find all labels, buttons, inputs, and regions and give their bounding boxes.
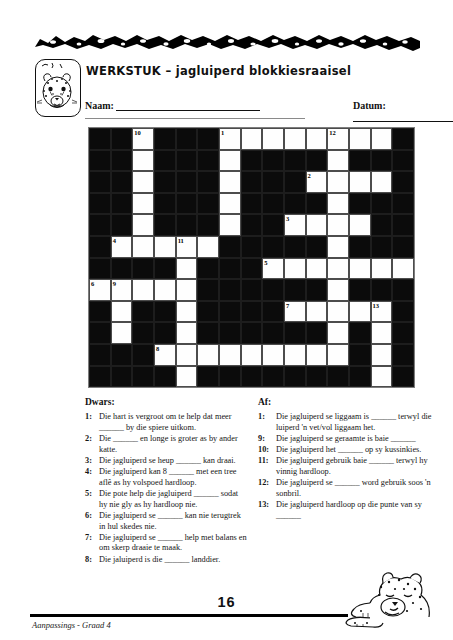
grid-cell-white[interactable] xyxy=(371,128,393,150)
grid-cell-black xyxy=(241,301,263,323)
grid-cell-black xyxy=(111,193,133,215)
grid-cell-black xyxy=(197,322,219,344)
clue-item-text: Die jagluiperd se heup ______ kan draai. xyxy=(99,456,247,467)
grid-cell-white[interactable] xyxy=(306,301,328,323)
grid-cell-black xyxy=(349,150,371,172)
clue-item-number: 13: xyxy=(258,500,276,521)
grid-cell-black xyxy=(89,171,111,193)
grid-cell-black xyxy=(262,279,284,301)
grid-cell-white[interactable]: 4 xyxy=(111,236,133,258)
grid-cell-black xyxy=(262,322,284,344)
grid-cell-black xyxy=(371,150,393,172)
grid-cell-black xyxy=(111,171,133,193)
grid-cell-white[interactable]: 7 xyxy=(284,301,306,323)
name-date-row: Naam: Datum: xyxy=(85,100,430,114)
grid-cell-white[interactable] xyxy=(219,344,241,366)
grid-cell-black xyxy=(241,258,263,280)
grid-cell-black xyxy=(197,171,219,193)
grid-cell-black xyxy=(349,344,371,366)
grid-cell-black xyxy=(197,193,219,215)
clue-item: 2:Die ______ en longe is groter as by an… xyxy=(85,434,247,455)
crossword-grid: 10112234115697138 xyxy=(88,127,415,388)
grid-cell-black xyxy=(132,258,154,280)
grid-cell-black xyxy=(197,366,219,388)
grid-cell-black xyxy=(154,322,176,344)
clue-item-text: Die jagluiperd se geraamte is baie _____… xyxy=(276,434,434,445)
grid-cell-white[interactable]: 5 xyxy=(262,258,284,280)
clue-item-text: Die jagluiperd hardloop op die punte van… xyxy=(276,500,434,521)
clue-item: 6:Die jagluiperd se ______ kan nie terug… xyxy=(85,511,247,532)
clue-number: 7 xyxy=(286,302,289,309)
grid-cell-black xyxy=(111,344,133,366)
naam-input-line[interactable] xyxy=(116,100,260,111)
grid-cell-black xyxy=(349,366,371,388)
grid-cell-black xyxy=(154,301,176,323)
grid-cell-black xyxy=(241,171,263,193)
grid-cell-white[interactable] xyxy=(284,128,306,150)
grid-cell-black xyxy=(349,193,371,215)
grid-cell-white[interactable] xyxy=(306,258,328,280)
grid-cell-black xyxy=(132,301,154,323)
clue-item: 1:Die hart is vergroot om te help dat me… xyxy=(85,412,247,433)
grid-cell-white[interactable]: 2 xyxy=(306,171,328,193)
grid-cell-black xyxy=(371,279,393,301)
clue-item-text: Die jagluiperd kan 8 ______ met een tree… xyxy=(99,467,247,488)
grid-cell-black xyxy=(111,258,133,280)
clue-item-text: Die hart is vergroot om te help dat meer… xyxy=(99,412,247,433)
grid-cell-white[interactable] xyxy=(219,171,241,193)
grid-cell-black xyxy=(306,279,328,301)
grid-cell-black xyxy=(89,150,111,172)
grid-cell-white[interactable] xyxy=(327,344,349,366)
grid-cell-black xyxy=(284,236,306,258)
clue-number: 1 xyxy=(221,129,224,136)
grid-cell-black xyxy=(132,322,154,344)
grid-cell-white[interactable] xyxy=(306,128,328,150)
grid-cell-black xyxy=(392,279,414,301)
grid-cell-white[interactable] xyxy=(132,279,154,301)
grid-cell-black xyxy=(327,366,349,388)
grid-cell-black xyxy=(392,344,414,366)
grid-cell-black xyxy=(241,150,263,172)
datum-label: Datum: xyxy=(353,100,386,111)
grid-cell-white[interactable] xyxy=(132,236,154,258)
grid-cell-black xyxy=(89,128,111,150)
grid-cell-white[interactable]: 8 xyxy=(154,344,176,366)
grid-cell-white[interactable]: 9 xyxy=(111,279,133,301)
naam-label: Naam: xyxy=(85,100,114,111)
grid-cell-white[interactable] xyxy=(154,236,176,258)
grid-cell-white[interactable] xyxy=(154,279,176,301)
grid-cell-white[interactable] xyxy=(132,214,154,236)
grid-cell-white[interactable] xyxy=(176,344,198,366)
grid-cell-white[interactable] xyxy=(327,279,349,301)
grid-cell-black xyxy=(371,236,393,258)
grid-cell-black xyxy=(111,214,133,236)
clue-item-number: 5: xyxy=(85,489,99,510)
grid-cell-black xyxy=(176,193,198,215)
grid-cell-black xyxy=(197,258,219,280)
clue-item-text: Die jagluiperd se ______ help met balans… xyxy=(99,533,247,554)
clue-item-text: Die jaluiperd is die ______ landdier. xyxy=(99,555,247,566)
clue-number: 2 xyxy=(308,172,311,179)
grid-cell-black xyxy=(392,128,414,150)
grid-cell-white[interactable] xyxy=(349,171,371,193)
datum-input-line[interactable] xyxy=(353,111,453,122)
clue-item: 13:Die jagluiperd hardloop op die punte … xyxy=(258,500,434,521)
grid-cell-black xyxy=(89,322,111,344)
grid-cell-black xyxy=(392,214,414,236)
grid-cell-black xyxy=(306,150,328,172)
grid-cell-white[interactable] xyxy=(349,301,371,323)
grid-cell-black xyxy=(219,366,241,388)
grid-cell-white[interactable] xyxy=(371,171,393,193)
grid-cell-black xyxy=(219,258,241,280)
worksheet-page: WERKSTUK – jagluiperd blokkiesraaisel Na… xyxy=(0,0,453,640)
grid-cell-white[interactable] xyxy=(262,344,284,366)
grid-cell-white[interactable] xyxy=(111,301,133,323)
grid-cell-black xyxy=(262,193,284,215)
clue-item-text: Die jagluiperd het ______ op sy kussinki… xyxy=(276,445,434,456)
grid-cell-black xyxy=(241,322,263,344)
grid-cell-white[interactable] xyxy=(241,344,263,366)
grid-cell-white[interactable] xyxy=(306,344,328,366)
grid-cell-white[interactable] xyxy=(327,301,349,323)
clue-item-number: 7: xyxy=(85,533,99,554)
grid-cell-white[interactable] xyxy=(327,150,349,172)
grid-cell-black xyxy=(111,366,133,388)
grid-cell-black xyxy=(284,150,306,172)
grid-cell-black xyxy=(392,366,414,388)
grid-cell-black xyxy=(89,258,111,280)
clue-item-number: 1: xyxy=(85,412,99,433)
clue-item-number: 1: xyxy=(258,412,276,433)
grid-cell-black xyxy=(284,171,306,193)
grid-cell-white[interactable] xyxy=(349,128,371,150)
grid-cell-black xyxy=(219,322,241,344)
grid-cell-white[interactable] xyxy=(392,258,414,280)
grid-cell-black xyxy=(176,171,198,193)
grid-cell-black xyxy=(154,128,176,150)
grid-cell-white[interactable] xyxy=(197,236,219,258)
grid-cell-black xyxy=(306,322,328,344)
grid-cell-black xyxy=(241,366,263,388)
spotted-banner xyxy=(35,32,420,53)
clue-number: 4 xyxy=(113,237,116,244)
grid-cell-black xyxy=(132,366,154,388)
grid-cell-black xyxy=(176,150,198,172)
grid-cell-white[interactable]: 1 xyxy=(219,128,241,150)
grid-cell-black xyxy=(197,128,219,150)
grid-cell-black xyxy=(349,322,371,344)
grid-cell-black xyxy=(371,214,393,236)
clue-item: 5:Die pote help die jagluiperd ______ so… xyxy=(85,489,247,510)
grid-cell-white[interactable] xyxy=(284,344,306,366)
af-clue-list: 1:Die jagluiperd se liggaam is ______ te… xyxy=(258,412,434,522)
grid-cell-black xyxy=(219,301,241,323)
grid-cell-white[interactable] xyxy=(371,366,393,388)
grid-cell-black xyxy=(197,301,219,323)
grid-cell-white[interactable]: 6 xyxy=(89,279,111,301)
clue-item: 1:Die jagluiperd se liggaam is ______ te… xyxy=(258,412,434,433)
grid-cell-white[interactable] xyxy=(327,258,349,280)
grid-cell-black xyxy=(154,150,176,172)
grid-cell-black xyxy=(154,193,176,215)
clue-item-number: 3: xyxy=(85,456,99,467)
clue-item-number: 2: xyxy=(85,434,99,455)
grid-cell-black xyxy=(392,322,414,344)
grid-cell-black xyxy=(262,171,284,193)
grid-cell-black xyxy=(284,322,306,344)
grid-cell-black xyxy=(111,150,133,172)
grid-cell-white[interactable] xyxy=(262,128,284,150)
grid-cell-white[interactable] xyxy=(176,366,198,388)
grid-cell-black xyxy=(197,279,219,301)
clue-number: 5 xyxy=(264,259,267,266)
grid-cell-white[interactable] xyxy=(349,214,371,236)
grid-cell-white[interactable]: 12 xyxy=(327,128,349,150)
clue-number: 11 xyxy=(178,237,184,244)
grid-cell-black xyxy=(219,279,241,301)
grid-cell-black xyxy=(154,214,176,236)
af-heading: Af: xyxy=(258,397,271,407)
grid-cell-white[interactable]: 11 xyxy=(176,236,198,258)
grid-cell-white[interactable] xyxy=(132,171,154,193)
clue-item: 10:Die jagluiperd het ______ op sy kussi… xyxy=(258,445,434,456)
grid-cell-white[interactable] xyxy=(219,193,241,215)
clue-item-text: Die ______ en longe is groter as by ande… xyxy=(99,434,247,455)
clue-number: 6 xyxy=(91,280,94,287)
grid-cell-black xyxy=(89,214,111,236)
grid-cell-black xyxy=(197,150,219,172)
grid-cell-black xyxy=(262,301,284,323)
clue-item-text: Die jagluiperd se liggaam is ______ terw… xyxy=(276,412,434,433)
grid-cell-black xyxy=(262,214,284,236)
grid-cell-black xyxy=(219,236,241,258)
grid-cell-white[interactable] xyxy=(197,344,219,366)
clue-item-text: Die jagluiperd gebruik baie ______ terwy… xyxy=(276,456,434,477)
grid-cell-white[interactable] xyxy=(327,171,349,193)
grid-cell-black xyxy=(241,214,263,236)
grid-cell-black xyxy=(154,258,176,280)
grid-cell-black xyxy=(176,128,198,150)
grid-cell-black xyxy=(392,171,414,193)
worksheet-subtitle: – jagluiperd blokkiesraaisel xyxy=(165,64,351,78)
page-title: WERKSTUK – jagluiperd blokkiesraaisel xyxy=(86,64,436,78)
clue-number: 3 xyxy=(286,215,289,222)
grid-cell-black xyxy=(262,150,284,172)
clue-item-number: 11: xyxy=(258,456,276,477)
footer-credit: Aanpassings - Graad 4 xyxy=(32,620,111,630)
clue-item-number: 10: xyxy=(258,445,276,456)
grid-cell-white[interactable] xyxy=(371,258,393,280)
clue-item: 8:Die jaluiperd is die ______ landdier. xyxy=(85,555,247,566)
grid-cell-white[interactable] xyxy=(132,193,154,215)
clue-number: 13 xyxy=(373,302,380,309)
cheetah-sketch xyxy=(341,565,431,629)
dwars-heading: Dwars: xyxy=(85,397,115,407)
grid-cell-white[interactable]: 3 xyxy=(284,214,306,236)
clue-number: 8 xyxy=(156,345,159,352)
grid-cell-black xyxy=(89,193,111,215)
ruled-line xyxy=(85,118,305,119)
grid-cell-white[interactable] xyxy=(132,150,154,172)
grid-cell-black xyxy=(284,366,306,388)
clue-item: 9:Die jagluiperd se geraamte is baie ___… xyxy=(258,434,434,445)
grid-cell-white[interactable] xyxy=(327,214,349,236)
grid-cell-black xyxy=(241,236,263,258)
grid-cell-black xyxy=(306,236,328,258)
grid-cell-white[interactable] xyxy=(176,322,198,344)
grid-cell-white[interactable] xyxy=(176,301,198,323)
grid-cell-black xyxy=(284,193,306,215)
grid-cell-white[interactable] xyxy=(111,322,133,344)
grid-cell-black xyxy=(89,344,111,366)
grid-cell-white[interactable] xyxy=(371,322,393,344)
grid-cell-white[interactable] xyxy=(219,150,241,172)
dwars-clue-list: 1:Die hart is vergroot om te help dat me… xyxy=(85,412,247,566)
grid-cell-black xyxy=(306,193,328,215)
grid-cell-black xyxy=(89,236,111,258)
grid-cell-white[interactable] xyxy=(306,214,328,236)
grid-cell-black xyxy=(392,301,414,323)
grid-cell-white[interactable] xyxy=(241,128,263,150)
grid-cell-white[interactable]: 13 xyxy=(371,301,393,323)
grid-cell-black xyxy=(284,279,306,301)
clue-item: 3:Die jagluiperd se heup ______ kan draa… xyxy=(85,456,247,467)
grid-cell-white[interactable] xyxy=(327,322,349,344)
clue-item-text: Die pote help die jagluiperd ______ soda… xyxy=(99,489,247,510)
clue-item-text: Die jagluiperd se ______ kan nie terugtr… xyxy=(99,511,247,532)
clue-number: 10 xyxy=(134,129,141,136)
grid-cell-white[interactable] xyxy=(371,344,393,366)
grid-cell-white[interactable] xyxy=(349,258,371,280)
clue-item: 12:Die jagluiperd se ______ word gebruik… xyxy=(258,478,434,499)
clue-item-number: 6: xyxy=(85,511,99,532)
clue-item: 11:Die jagluiperd gebruik baie ______ te… xyxy=(258,456,434,477)
grid-cell-black xyxy=(197,214,219,236)
grid-cell-white[interactable]: 10 xyxy=(132,128,154,150)
grid-cell-white[interactable] xyxy=(284,258,306,280)
grid-cell-white[interactable] xyxy=(176,258,198,280)
grid-cell-black xyxy=(111,128,133,150)
grid-cell-black xyxy=(349,236,371,258)
grid-cell-black xyxy=(392,193,414,215)
clue-item-number: 4: xyxy=(85,467,99,488)
grid-cell-black xyxy=(132,344,154,366)
grid-cell-white[interactable] xyxy=(327,236,349,258)
grid-cell-black xyxy=(241,193,263,215)
grid-cell-black xyxy=(89,366,111,388)
grid-cell-black xyxy=(176,214,198,236)
grid-cell-black xyxy=(154,366,176,388)
cheetah-face-icon xyxy=(35,59,81,117)
worksheet-label: WERKSTUK xyxy=(86,64,161,78)
clue-number: 9 xyxy=(113,280,116,287)
grid-cell-black xyxy=(392,150,414,172)
spotted-banner-art xyxy=(35,32,420,53)
grid-cell-black xyxy=(262,366,284,388)
clue-item: 7:Die jagluiperd se ______ help met bala… xyxy=(85,533,247,554)
clue-item: 4:Die jagluiperd kan 8 ______ met een tr… xyxy=(85,467,247,488)
clue-item-text: Die jagluiperd se ______ word gebruik so… xyxy=(276,478,434,499)
clue-item-number: 12: xyxy=(258,478,276,499)
grid-cell-black xyxy=(262,236,284,258)
clue-item-number: 8: xyxy=(85,555,99,566)
clue-item-number: 9: xyxy=(258,434,276,445)
grid-cell-black xyxy=(349,279,371,301)
clue-number: 12 xyxy=(329,129,336,136)
grid-cell-black xyxy=(371,193,393,215)
grid-cell-black xyxy=(89,301,111,323)
footer-rule xyxy=(30,614,348,617)
grid-cell-black xyxy=(392,236,414,258)
grid-cell-white[interactable] xyxy=(176,279,198,301)
grid-cell-black xyxy=(154,171,176,193)
grid-cell-black xyxy=(306,366,328,388)
grid-cell-white[interactable] xyxy=(327,193,349,215)
grid-cell-white[interactable] xyxy=(219,214,241,236)
grid-cell-black xyxy=(241,279,263,301)
